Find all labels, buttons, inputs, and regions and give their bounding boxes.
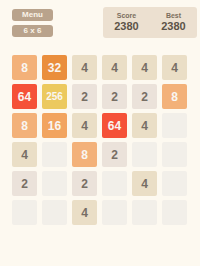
empty-cell <box>132 200 157 225</box>
empty-cell <box>102 200 127 225</box>
tile-64: 64 <box>12 84 37 109</box>
empty-cell <box>162 171 187 196</box>
best-box: Best 2380 <box>161 12 185 33</box>
score-panel: Score 2380 Best 2380 <box>103 7 197 38</box>
tile-2: 2 <box>72 171 97 196</box>
empty-cell <box>132 142 157 167</box>
tile-16: 16 <box>42 113 67 138</box>
tile-64: 64 <box>102 113 127 138</box>
tile-4: 4 <box>72 55 97 80</box>
tile-8: 8 <box>12 113 37 138</box>
empty-cell <box>12 200 37 225</box>
best-label: Best <box>166 12 181 20</box>
tile-4: 4 <box>162 55 187 80</box>
board-size-button[interactable]: 6 x 6 <box>12 25 53 37</box>
score-value: 2380 <box>114 20 138 33</box>
best-value: 2380 <box>161 20 185 33</box>
tile-256: 256 <box>42 84 67 109</box>
tile-4: 4 <box>72 200 97 225</box>
tile-2: 2 <box>12 171 37 196</box>
empty-cell <box>42 200 67 225</box>
empty-cell <box>162 142 187 167</box>
tile-4: 4 <box>102 55 127 80</box>
empty-cell <box>162 113 187 138</box>
tile-4: 4 <box>72 113 97 138</box>
empty-cell <box>162 200 187 225</box>
empty-cell <box>102 171 127 196</box>
tile-8: 8 <box>162 84 187 109</box>
tile-2: 2 <box>132 84 157 109</box>
tile-4: 4 <box>132 171 157 196</box>
tile-8: 8 <box>12 55 37 80</box>
tile-2: 2 <box>102 142 127 167</box>
tile-4: 4 <box>132 113 157 138</box>
tile-2: 2 <box>102 84 127 109</box>
tile-8: 8 <box>72 142 97 167</box>
board[interactable]: 832444464256222881646444822244 <box>12 55 187 225</box>
tile-4: 4 <box>132 55 157 80</box>
tile-2: 2 <box>72 84 97 109</box>
score-label: Score <box>117 12 136 20</box>
empty-cell <box>42 171 67 196</box>
menu-button[interactable]: Menu <box>12 9 53 21</box>
tile-4: 4 <box>12 142 37 167</box>
score-box: Score 2380 <box>114 12 138 33</box>
empty-cell <box>42 142 67 167</box>
tile-32: 32 <box>42 55 67 80</box>
